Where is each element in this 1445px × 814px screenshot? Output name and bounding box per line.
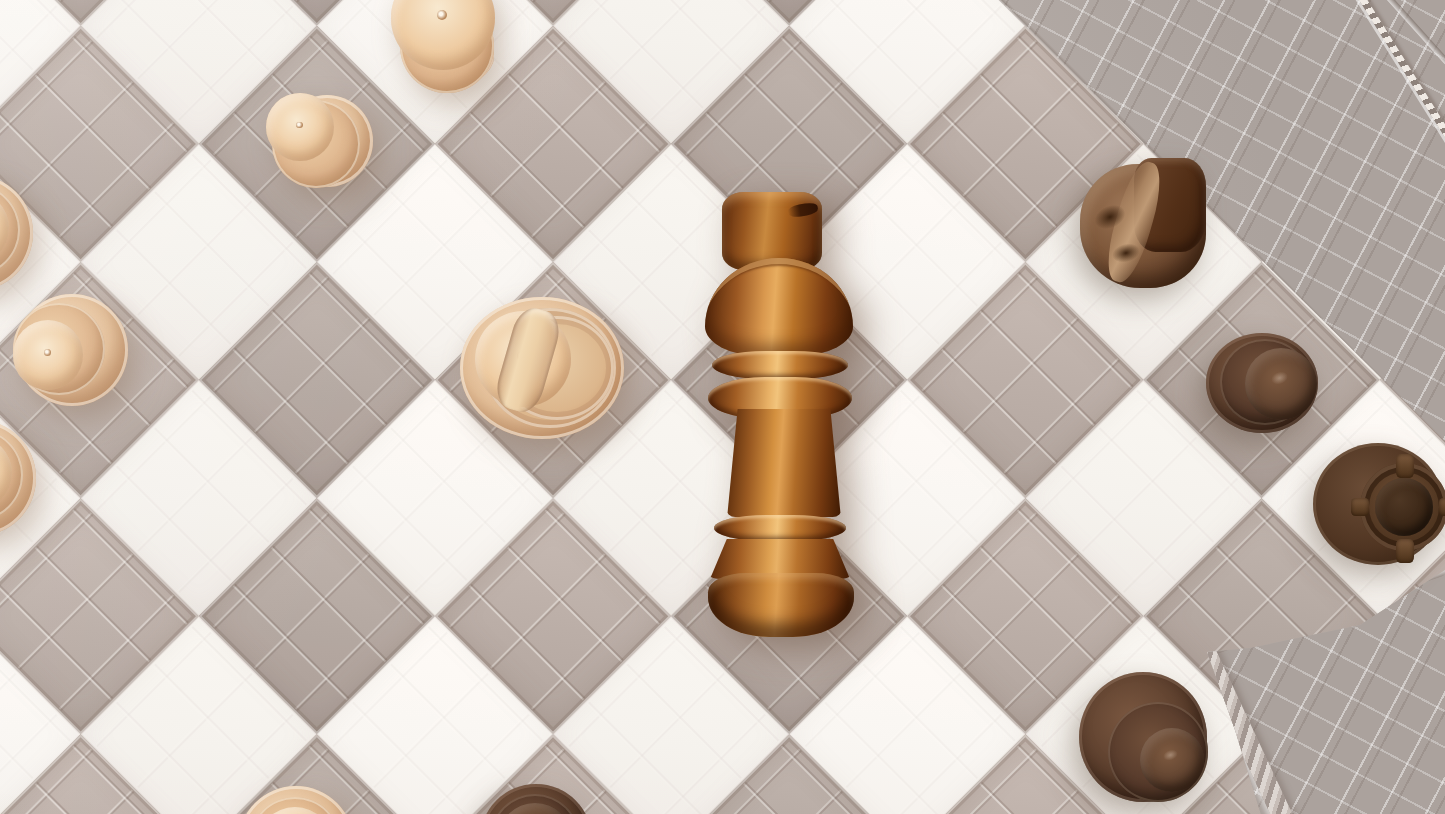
black-king[interactable]: ♚ <box>700 185 860 655</box>
black-pawn-1[interactable]: ♟ <box>1205 330 1321 436</box>
piece-part-wph <box>13 320 83 390</box>
white-pawn-4[interactable]: ♙ <box>13 290 131 408</box>
white-pawn-6[interactable]: ♙ <box>238 786 354 814</box>
piece-part-bph <box>1140 728 1204 792</box>
piece-part-bph <box>1245 348 1317 420</box>
chessboard-photo: ♙♙♙♙♙♗♚♞♟♜♟♙♟ <box>0 0 1445 814</box>
piece-part-kbase <box>708 573 854 637</box>
white-pawn-3[interactable]: ♙ <box>0 175 33 291</box>
piece-part-brn <box>1439 498 1445 516</box>
piece-part-kbody <box>726 409 842 517</box>
black-pawn-2[interactable]: ♟ <box>1076 668 1208 808</box>
piece-part-kcrown <box>705 258 853 356</box>
black-rook[interactable]: ♜ <box>1312 442 1445 568</box>
piece-part-wph <box>266 93 334 161</box>
piece-part-brn <box>1351 498 1369 516</box>
piece-part-brn <box>1396 454 1414 478</box>
black-knight[interactable]: ♞ <box>1080 158 1210 290</box>
white-pawn-1[interactable]: ♙ <box>391 0 499 96</box>
black-pawn-3[interactable]: ♟ <box>480 784 592 814</box>
piece-part-bri <box>1375 478 1433 536</box>
piece-part-kr <box>714 515 846 541</box>
stitched-seam <box>1351 0 1445 148</box>
piece-part-brn <box>1396 539 1414 563</box>
white-pawn-5[interactable]: ♙ <box>0 420 36 536</box>
white-bishop[interactable]: ♗ <box>458 296 626 444</box>
white-pawn-2[interactable]: ♙ <box>264 84 380 196</box>
piece-part-kr <box>712 351 848 379</box>
